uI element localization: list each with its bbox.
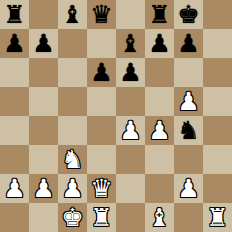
square-f6[interactable] [145, 58, 174, 87]
square-e1[interactable] [116, 203, 145, 232]
square-h4[interactable] [203, 116, 232, 145]
square-f2[interactable] [145, 174, 174, 203]
black-rook: ♜ [148, 0, 170, 29]
square-h2[interactable] [203, 174, 232, 203]
square-f5[interactable] [145, 87, 174, 116]
square-h8[interactable] [203, 0, 232, 29]
black-king: ♚ [177, 0, 199, 29]
square-e3[interactable] [116, 145, 145, 174]
square-c6[interactable] [58, 58, 87, 87]
square-d5[interactable] [87, 87, 116, 116]
square-c2[interactable]: ♟ [58, 174, 87, 203]
square-g7[interactable]: ♟ [174, 29, 203, 58]
white-pawn: ♟ [32, 174, 54, 203]
square-g8[interactable]: ♚ [174, 0, 203, 29]
white-pawn: ♟ [119, 116, 141, 145]
square-e6[interactable]: ♟ [116, 58, 145, 87]
white-bishop: ♝ [148, 203, 170, 232]
white-pawn: ♟ [61, 174, 83, 203]
square-c1[interactable]: ♚ [58, 203, 87, 232]
black-rook: ♜ [3, 0, 25, 29]
square-e4[interactable]: ♟ [116, 116, 145, 145]
square-c7[interactable] [58, 29, 87, 58]
white-rook: ♜ [206, 203, 228, 232]
square-g3[interactable] [174, 145, 203, 174]
square-d6[interactable]: ♟ [87, 58, 116, 87]
square-d2[interactable]: ♛ [87, 174, 116, 203]
square-e2[interactable] [116, 174, 145, 203]
square-a8[interactable]: ♜ [0, 0, 29, 29]
square-e7[interactable]: ♝ [116, 29, 145, 58]
square-g5[interactable]: ♟ [174, 87, 203, 116]
square-g6[interactable] [174, 58, 203, 87]
white-rook: ♜ [90, 203, 112, 232]
white-pawn: ♟ [177, 87, 199, 116]
square-g1[interactable] [174, 203, 203, 232]
square-b3[interactable] [29, 145, 58, 174]
white-pawn: ♟ [3, 174, 25, 203]
square-a5[interactable] [0, 87, 29, 116]
square-e8[interactable] [116, 0, 145, 29]
white-knight: ♞ [61, 145, 83, 174]
square-h5[interactable] [203, 87, 232, 116]
square-f8[interactable]: ♜ [145, 0, 174, 29]
square-d3[interactable] [87, 145, 116, 174]
black-bishop: ♝ [119, 29, 141, 58]
black-pawn: ♟ [177, 29, 199, 58]
white-queen: ♛ [90, 174, 112, 203]
square-b8[interactable] [29, 0, 58, 29]
square-d8[interactable]: ♛ [87, 0, 116, 29]
black-pawn: ♟ [148, 29, 170, 58]
square-f7[interactable]: ♟ [145, 29, 174, 58]
square-d4[interactable] [87, 116, 116, 145]
square-f1[interactable]: ♝ [145, 203, 174, 232]
chess-board: ♜♝♛♜♚♟♟♝♟♟♟♟♟♟♟♞♞♟♟♟♛♟♚♜♝♜ [0, 0, 232, 232]
square-b5[interactable] [29, 87, 58, 116]
square-b7[interactable]: ♟ [29, 29, 58, 58]
black-pawn: ♟ [3, 29, 25, 58]
square-a4[interactable] [0, 116, 29, 145]
black-knight: ♞ [177, 116, 199, 145]
square-f4[interactable]: ♟ [145, 116, 174, 145]
square-b2[interactable]: ♟ [29, 174, 58, 203]
white-king: ♚ [61, 203, 83, 232]
square-b4[interactable] [29, 116, 58, 145]
square-c3[interactable]: ♞ [58, 145, 87, 174]
square-c4[interactable] [58, 116, 87, 145]
square-h3[interactable] [203, 145, 232, 174]
square-d7[interactable] [87, 29, 116, 58]
square-d1[interactable]: ♜ [87, 203, 116, 232]
square-a1[interactable] [0, 203, 29, 232]
square-e5[interactable] [116, 87, 145, 116]
square-h6[interactable] [203, 58, 232, 87]
black-pawn: ♟ [32, 29, 54, 58]
square-a7[interactable]: ♟ [0, 29, 29, 58]
black-pawn: ♟ [119, 58, 141, 87]
white-pawn: ♟ [148, 116, 170, 145]
square-c8[interactable]: ♝ [58, 0, 87, 29]
square-b1[interactable] [29, 203, 58, 232]
white-pawn: ♟ [177, 174, 199, 203]
square-a6[interactable] [0, 58, 29, 87]
square-h7[interactable] [203, 29, 232, 58]
square-c5[interactable] [58, 87, 87, 116]
square-g2[interactable]: ♟ [174, 174, 203, 203]
black-pawn: ♟ [90, 58, 112, 87]
square-h1[interactable]: ♜ [203, 203, 232, 232]
square-a2[interactable]: ♟ [0, 174, 29, 203]
square-a3[interactable] [0, 145, 29, 174]
square-f3[interactable] [145, 145, 174, 174]
square-g4[interactable]: ♞ [174, 116, 203, 145]
black-bishop: ♝ [61, 0, 83, 29]
black-queen: ♛ [90, 0, 112, 29]
square-b6[interactable] [29, 58, 58, 87]
